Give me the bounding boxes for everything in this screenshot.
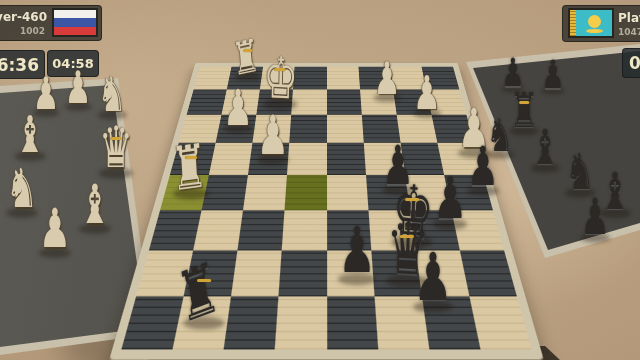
player-rating-right: 1047	[618, 27, 640, 37]
white-knight-captured: ♞	[98, 70, 127, 118]
square-r0c4[interactable]	[327, 67, 360, 90]
square-r7c4[interactable]	[327, 296, 378, 349]
player-panel-left: Player-460 1002	[0, 5, 102, 41]
square-r1c4[interactable]	[327, 90, 362, 115]
white-knight-captured: ♞	[6, 162, 38, 216]
square-r3c4[interactable]	[327, 143, 366, 174]
gold-crown-accent	[110, 137, 121, 140]
square-r6c3[interactable]	[279, 250, 327, 296]
white-rook-r4c0[interactable]: ♜	[170, 135, 209, 199]
white-queen-captured: ♛	[99, 119, 133, 176]
gold-crown-accent	[244, 49, 253, 52]
square-r4c2[interactable]	[243, 175, 287, 210]
player-clock-right: 0	[622, 48, 640, 78]
white-pawn-r3c2[interactable]: ♟	[257, 109, 289, 163]
square-r0c3[interactable]	[293, 67, 326, 90]
white-pawn-r1c7[interactable]: ♟	[413, 70, 441, 117]
black-pawn-captured: ♟	[580, 192, 610, 242]
square-r4c3[interactable]	[285, 175, 327, 210]
gold-crown-accent	[197, 279, 211, 282]
player-panel-right: Play 1047	[562, 5, 640, 42]
square-r1c0[interactable]	[187, 90, 227, 115]
square-r3c1[interactable]	[209, 143, 253, 174]
white-bishop-captured: ♝	[15, 108, 45, 159]
player-clock-right-value: 0	[629, 53, 640, 73]
square-r5c1[interactable]	[193, 210, 243, 250]
white-bishop-captured: ♝	[79, 178, 111, 232]
black-bishop-captured: ♝	[531, 123, 560, 171]
white-pawn-captured: ♟	[39, 202, 71, 256]
square-r5c2[interactable]	[238, 210, 285, 250]
white-pawn-captured: ♟	[65, 65, 92, 110]
kazakh-eagle	[586, 29, 603, 33]
kazakh-sun	[588, 15, 601, 28]
game-screen: ♜♚♟♟♟♟♟♜♟♟♚♟♟♛♟♜♟♟♞♝♛♞♝♟♟♟♜♞♝♞♝♟ Player-…	[0, 0, 640, 360]
square-r7c7[interactable]	[469, 296, 531, 349]
player-name-left: Player-460	[0, 10, 47, 24]
gold-crown-accent	[185, 156, 197, 159]
square-r7c3[interactable]	[275, 296, 326, 349]
black-pawn-r4c7[interactable]: ♟	[467, 140, 499, 194]
player-rating-left: 1002	[20, 26, 45, 36]
gold-crown-accent	[519, 101, 529, 104]
square-r5c3[interactable]	[282, 210, 326, 250]
black-pawn-captured: ♟	[541, 55, 564, 94]
gold-crown-accent	[400, 235, 414, 238]
square-r6c7[interactable]	[460, 250, 517, 296]
square-r2c3[interactable]	[290, 115, 327, 143]
gold-crown-accent	[274, 68, 285, 71]
russia-flag-icon	[52, 8, 98, 37]
square-r6c2[interactable]	[231, 250, 282, 296]
square-r3c3[interactable]	[287, 143, 326, 174]
white-king-r1c2[interactable]: ♚	[263, 49, 298, 108]
kazakhstan-flag-icon	[568, 8, 614, 38]
white-pawn-r2c1[interactable]: ♟	[223, 83, 253, 133]
square-r2c4[interactable]	[327, 115, 364, 143]
black-pawn-r6c6[interactable]: ♟	[413, 244, 452, 310]
gold-crown-accent	[405, 198, 419, 201]
black-pawn-r5c6[interactable]: ♟	[433, 170, 467, 227]
player-name-right: Play	[618, 11, 640, 25]
square-r4c4[interactable]	[327, 175, 369, 210]
square-r7c2[interactable]	[224, 296, 279, 349]
kazakh-ornament	[570, 10, 576, 36]
white-pawn-r1c6[interactable]: ♟	[374, 56, 401, 101]
white-rook-r0c1[interactable]: ♜	[231, 33, 262, 83]
black-pawn-r6c4[interactable]: ♟	[338, 219, 376, 282]
